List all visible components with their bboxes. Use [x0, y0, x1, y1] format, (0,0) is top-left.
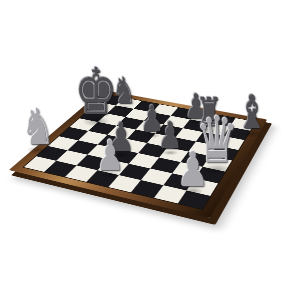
chess-product-photo: ♞♚♟♜♝♟♞♟♟♛♟♟ [0, 0, 300, 300]
white-pawn-d2[interactable]: ♟ [96, 135, 124, 177]
black-bishop-h8[interactable]: ♝ [237, 89, 268, 135]
white-pawn-h3[interactable]: ♟ [177, 145, 209, 193]
white-knight-a1[interactable]: ♞ [21, 102, 55, 152]
